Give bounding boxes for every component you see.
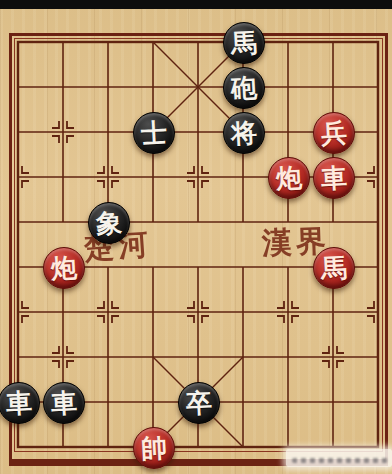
piece-red-cannon[interactable]: 炮: [268, 157, 310, 199]
piece-black-cannon[interactable]: 砲: [223, 67, 265, 109]
piece-char: 士: [140, 119, 167, 146]
piece-black-chariot[interactable]: 車: [0, 382, 40, 424]
piece-char: 兵: [320, 119, 347, 146]
piece-char: 砲: [230, 74, 257, 101]
piece-black-soldier[interactable]: 卒: [178, 382, 220, 424]
piece-char: 炮: [275, 164, 302, 191]
piece-black-general[interactable]: 将: [223, 112, 265, 154]
piece-red-chariot[interactable]: 車: [313, 157, 355, 199]
piece-char: 卒: [185, 389, 212, 416]
piece-black-elephant[interactable]: 象: [88, 202, 130, 244]
piece-char: 車: [50, 389, 77, 416]
piece-char: 将: [230, 119, 257, 146]
piece-black-horse[interactable]: 馬: [223, 22, 265, 64]
piece-char: 馬: [230, 29, 257, 56]
piece-char: 帥: [140, 434, 167, 461]
blurred-watermark: [286, 449, 392, 467]
piece-char: 炮: [50, 254, 77, 281]
piece-char: 馬: [320, 254, 347, 281]
piece-char: 象: [95, 209, 122, 236]
piece-char: 車: [320, 164, 347, 191]
piece-black-advisor[interactable]: 士: [133, 112, 175, 154]
piece-red-soldier[interactable]: 兵: [313, 112, 355, 154]
piece-red-cannon-2[interactable]: 炮: [43, 247, 85, 289]
piece-red-general[interactable]: 帥: [133, 427, 175, 469]
watermark-scribble: [292, 458, 388, 463]
piece-black-chariot-2[interactable]: 車: [43, 382, 85, 424]
piece-red-horse[interactable]: 馬: [313, 247, 355, 289]
xiangqi-app: 楚河 漢界 馬砲士将兵炮車象炮馬車車卒帥: [0, 0, 392, 474]
piece-char: 車: [5, 389, 32, 416]
